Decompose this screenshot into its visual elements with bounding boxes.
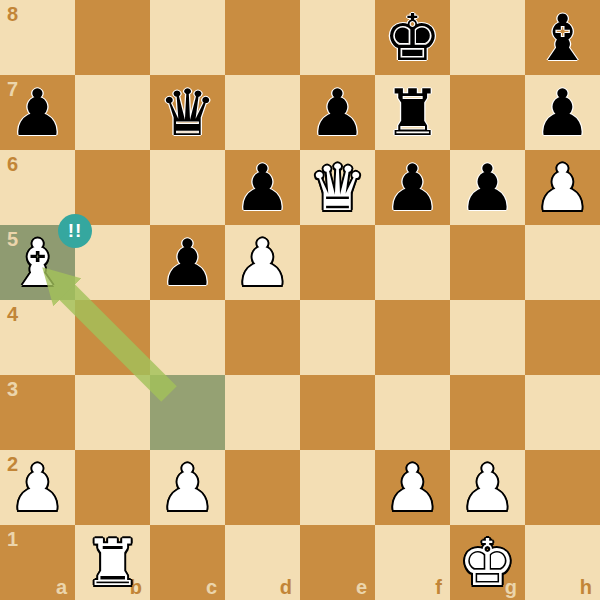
piece-white-queen-e6[interactable]: ♛ [300,150,375,225]
brilliant-move-badge: !! [58,214,92,248]
square-h3[interactable] [525,375,600,450]
square-e5[interactable] [300,225,375,300]
rank-label-8: 8 [7,3,18,26]
square-h6[interactable]: ♟ [525,150,600,225]
piece-black-pawn-e7[interactable]: ♟ [300,75,375,150]
square-d7[interactable] [225,75,300,150]
square-g1[interactable]: g♚ [450,525,525,600]
piece-white-pawn-h6[interactable]: ♟ [525,150,600,225]
square-a1[interactable]: 1a [0,525,75,600]
piece-white-pawn-a2[interactable]: ♟ [0,450,75,525]
square-h8[interactable]: ♝ [525,0,600,75]
piece-black-pawn-d6[interactable]: ♟ [225,150,300,225]
square-a2[interactable]: 2♟ [0,450,75,525]
square-d6[interactable]: ♟ [225,150,300,225]
chess-board: 8♚♝7♟♛♟♜♟6♟♛♟♟♟5♝♟♟432♟♟♟♟1ab♜cdefg♚h !! [0,0,600,600]
square-g8[interactable] [450,0,525,75]
square-g6[interactable]: ♟ [450,150,525,225]
brilliant-move-badge-label: !! [68,220,83,242]
square-c3[interactable] [150,375,225,450]
piece-black-pawn-h7[interactable]: ♟ [525,75,600,150]
square-b2[interactable] [75,450,150,525]
rank-label-6: 6 [7,153,18,176]
file-label-h: h [580,576,592,599]
square-b3[interactable] [75,375,150,450]
square-a6[interactable]: 6 [0,150,75,225]
piece-white-pawn-d5[interactable]: ♟ [225,225,300,300]
square-f5[interactable] [375,225,450,300]
piece-black-queen-c7[interactable]: ♛ [150,75,225,150]
file-label-f: f [435,576,442,599]
square-e4[interactable] [300,300,375,375]
square-f7[interactable]: ♜ [375,75,450,150]
square-f3[interactable] [375,375,450,450]
piece-white-pawn-f2[interactable]: ♟ [375,450,450,525]
square-e8[interactable] [300,0,375,75]
square-c2[interactable]: ♟ [150,450,225,525]
piece-black-bishop-h8[interactable]: ♝ [525,0,600,75]
piece-white-pawn-c2[interactable]: ♟ [150,450,225,525]
piece-white-king-g1[interactable]: ♚ [450,525,525,600]
file-label-c: c [206,576,217,599]
square-d2[interactable] [225,450,300,525]
square-e6[interactable]: ♛ [300,150,375,225]
square-h1[interactable]: h [525,525,600,600]
square-e2[interactable] [300,450,375,525]
square-b6[interactable] [75,150,150,225]
rank-label-3: 3 [7,378,18,401]
square-a3[interactable]: 3 [0,375,75,450]
square-a7[interactable]: 7♟ [0,75,75,150]
piece-black-pawn-a7[interactable]: ♟ [0,75,75,150]
square-h2[interactable] [525,450,600,525]
file-label-d: d [280,576,292,599]
square-f8[interactable]: ♚ [375,0,450,75]
square-d3[interactable] [225,375,300,450]
square-d5[interactable]: ♟ [225,225,300,300]
rank-label-4: 4 [7,303,18,326]
square-f2[interactable]: ♟ [375,450,450,525]
square-d1[interactable]: d [225,525,300,600]
square-b1[interactable]: b♜ [75,525,150,600]
square-g7[interactable] [450,75,525,150]
square-h5[interactable] [525,225,600,300]
square-c5[interactable]: ♟ [150,225,225,300]
square-f1[interactable]: f [375,525,450,600]
square-g5[interactable] [450,225,525,300]
square-h4[interactable] [525,300,600,375]
square-a4[interactable]: 4 [0,300,75,375]
square-f6[interactable]: ♟ [375,150,450,225]
square-c1[interactable]: c [150,525,225,600]
piece-white-pawn-g2[interactable]: ♟ [450,450,525,525]
piece-black-rook-f7[interactable]: ♜ [375,75,450,150]
square-e1[interactable]: e [300,525,375,600]
file-label-e: e [356,576,367,599]
square-c4[interactable] [150,300,225,375]
piece-black-pawn-f6[interactable]: ♟ [375,150,450,225]
square-a8[interactable]: 8 [0,0,75,75]
rank-label-1: 1 [7,528,18,551]
file-label-a: a [56,576,67,599]
square-e7[interactable]: ♟ [300,75,375,150]
square-b7[interactable] [75,75,150,150]
square-c8[interactable] [150,0,225,75]
square-f4[interactable] [375,300,450,375]
piece-white-rook-b1[interactable]: ♜ [75,525,150,600]
square-d4[interactable] [225,300,300,375]
piece-black-king-f8[interactable]: ♚ [375,0,450,75]
square-b8[interactable] [75,0,150,75]
piece-black-pawn-g6[interactable]: ♟ [450,150,525,225]
square-g4[interactable] [450,300,525,375]
square-g3[interactable] [450,375,525,450]
square-c7[interactable]: ♛ [150,75,225,150]
square-d8[interactable] [225,0,300,75]
piece-black-pawn-c5[interactable]: ♟ [150,225,225,300]
square-h7[interactable]: ♟ [525,75,600,150]
square-e3[interactable] [300,375,375,450]
square-b4[interactable] [75,300,150,375]
square-g2[interactable]: ♟ [450,450,525,525]
square-c6[interactable] [150,150,225,225]
